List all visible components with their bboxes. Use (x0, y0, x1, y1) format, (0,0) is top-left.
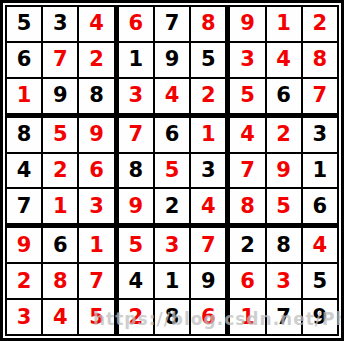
sudoku-cell: 7 (191, 228, 225, 262)
sudoku-cell: 7 (267, 300, 301, 334)
sudoku-cell: 6 (7, 43, 41, 77)
sudoku-cell: 1 (303, 154, 337, 188)
sudoku-cell: 8 (230, 189, 264, 223)
sudoku-box: 534672198 (7, 7, 114, 113)
sudoku-cell: 1 (155, 264, 189, 298)
sudoku-cell: 2 (43, 154, 77, 188)
sudoku-cell: 2 (119, 300, 153, 334)
sudoku-cell: 6 (119, 7, 153, 41)
sudoku-cell: 5 (7, 7, 41, 41)
sudoku-cell: 8 (119, 154, 153, 188)
sudoku-cell: 9 (191, 264, 225, 298)
sudoku-cell: 4 (79, 7, 113, 41)
sudoku-cell: 3 (230, 43, 264, 77)
sudoku-cell: 6 (267, 79, 301, 113)
sudoku-cell: 5 (79, 300, 113, 334)
sudoku-cell: 8 (303, 43, 337, 77)
sudoku-box: 423791856 (230, 118, 337, 224)
sudoku-cell: 3 (43, 7, 77, 41)
sudoku-cell: 3 (303, 118, 337, 152)
sudoku-cell: 4 (119, 264, 153, 298)
sudoku-cell: 6 (43, 228, 77, 262)
sudoku-cell: 6 (303, 189, 337, 223)
sudoku-cell: 7 (119, 118, 153, 152)
sudoku-cell: 9 (155, 43, 189, 77)
sudoku-cell: 3 (79, 189, 113, 223)
sudoku-cell: 8 (155, 300, 189, 334)
sudoku-cell: 4 (155, 79, 189, 113)
sudoku-box: 859426713 (7, 118, 114, 224)
sudoku-cell: 5 (191, 43, 225, 77)
sudoku-cell: 8 (43, 264, 77, 298)
sudoku-box: 961287345 (7, 228, 114, 334)
sudoku-cell: 3 (267, 264, 301, 298)
sudoku-cell: 1 (230, 300, 264, 334)
sudoku-cell: 1 (267, 7, 301, 41)
sudoku-cell: 8 (191, 7, 225, 41)
sudoku-cell: 1 (191, 118, 225, 152)
sudoku-cell: 2 (7, 264, 41, 298)
sudoku-cell: 5 (303, 264, 337, 298)
sudoku-cell: 2 (79, 43, 113, 77)
sudoku-grid: 5346721986781953429123485678594267137618… (5, 5, 339, 336)
sudoku-cell: 9 (303, 300, 337, 334)
sudoku-cell: 6 (79, 154, 113, 188)
sudoku-cell: 4 (43, 300, 77, 334)
sudoku-cell: 5 (43, 118, 77, 152)
sudoku-cell: 5 (119, 228, 153, 262)
sudoku-cell: 8 (267, 228, 301, 262)
sudoku-cell: 4 (191, 189, 225, 223)
sudoku-cell: 1 (7, 79, 41, 113)
sudoku-cell: 4 (7, 154, 41, 188)
sudoku-cell: 4 (303, 228, 337, 262)
sudoku-box: 912348567 (230, 7, 337, 113)
sudoku-cell: 2 (230, 228, 264, 262)
sudoku-cell: 7 (155, 7, 189, 41)
sudoku-cell: 3 (155, 228, 189, 262)
sudoku-box: 761853924 (119, 118, 226, 224)
sudoku-cell: 2 (155, 189, 189, 223)
sudoku-cell: 7 (7, 189, 41, 223)
sudoku-cell: 1 (43, 189, 77, 223)
sudoku-cell: 8 (7, 118, 41, 152)
sudoku-cell: 5 (155, 154, 189, 188)
sudoku-cell: 2 (303, 7, 337, 41)
sudoku-cell: 3 (119, 79, 153, 113)
sudoku-cell: 3 (7, 300, 41, 334)
sudoku-cell: 8 (79, 79, 113, 113)
sudoku-cell: 6 (155, 118, 189, 152)
sudoku-cell: 5 (267, 189, 301, 223)
sudoku-cell: 1 (119, 43, 153, 77)
sudoku-cell: 7 (43, 43, 77, 77)
sudoku-box: 284635179 (230, 228, 337, 334)
sudoku-cell: 2 (267, 118, 301, 152)
sudoku-cell: 7 (230, 154, 264, 188)
sudoku-cell: 2 (191, 79, 225, 113)
sudoku-cell: 9 (230, 7, 264, 41)
sudoku-cell: 7 (79, 264, 113, 298)
sudoku-cell: 6 (191, 300, 225, 334)
sudoku-cell: 3 (191, 154, 225, 188)
sudoku-cell: 9 (43, 79, 77, 113)
sudoku-cell: 9 (7, 228, 41, 262)
sudoku-board: 5346721986781953429123485678594267137618… (0, 0, 344, 341)
sudoku-cell: 4 (267, 43, 301, 77)
sudoku-cell: 9 (79, 118, 113, 152)
sudoku-cell: 7 (303, 79, 337, 113)
sudoku-cell: 9 (119, 189, 153, 223)
sudoku-box: 537419286 (119, 228, 226, 334)
sudoku-cell: 9 (267, 154, 301, 188)
sudoku-cell: 4 (230, 118, 264, 152)
sudoku-cell: 6 (230, 264, 264, 298)
sudoku-cell: 1 (79, 228, 113, 262)
sudoku-box: 678195342 (119, 7, 226, 113)
sudoku-cell: 5 (230, 79, 264, 113)
